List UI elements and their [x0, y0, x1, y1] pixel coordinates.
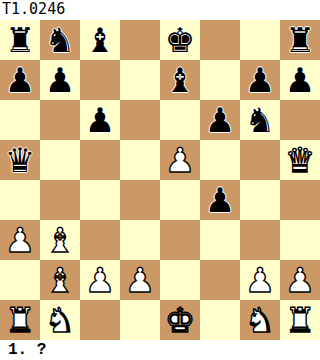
square-b4[interactable]	[40, 180, 80, 220]
square-d7[interactable]	[120, 60, 160, 100]
square-f4[interactable]: ♟	[200, 180, 240, 220]
square-a8[interactable]: ♜	[0, 20, 40, 60]
piece-black-rook: ♜	[285, 20, 315, 60]
square-g2[interactable]: ♟	[240, 260, 280, 300]
piece-white-pawn: ♟	[245, 260, 275, 300]
square-a4[interactable]	[0, 180, 40, 220]
square-a3[interactable]: ♟	[0, 220, 40, 260]
piece-white-pawn: ♟	[5, 220, 35, 260]
square-a6[interactable]	[0, 100, 40, 140]
square-g4[interactable]	[240, 180, 280, 220]
piece-white-knight: ♞	[45, 300, 75, 340]
square-g1[interactable]: ♞	[240, 300, 280, 340]
piece-white-pawn: ♟	[125, 260, 155, 300]
square-e5[interactable]: ♟	[160, 140, 200, 180]
piece-black-pawn: ♟	[205, 100, 235, 140]
piece-black-pawn: ♟	[85, 100, 115, 140]
square-d8[interactable]	[120, 20, 160, 60]
square-b6[interactable]	[40, 100, 80, 140]
square-d4[interactable]	[120, 180, 160, 220]
piece-white-knight: ♞	[245, 300, 275, 340]
piece-black-king: ♚	[165, 20, 195, 60]
piece-black-pawn: ♟	[5, 60, 35, 100]
square-e2[interactable]	[160, 260, 200, 300]
square-d3[interactable]	[120, 220, 160, 260]
piece-black-queen: ♛	[5, 140, 35, 180]
puzzle-window: T1.0246 ♜♞♝♚♜♟♟♝♟♟♟♟♞♛♟♛♟♟♝♝♟♟♟♟♜♞♚♞♜ 1.…	[0, 0, 320, 360]
square-f2[interactable]	[200, 260, 240, 300]
puzzle-title: T1.0246	[0, 0, 320, 20]
square-h8[interactable]: ♜	[280, 20, 320, 60]
piece-black-pawn: ♟	[205, 180, 235, 220]
square-b3[interactable]: ♝	[40, 220, 80, 260]
square-h6[interactable]	[280, 100, 320, 140]
square-d1[interactable]	[120, 300, 160, 340]
square-c7[interactable]	[80, 60, 120, 100]
square-a7[interactable]: ♟	[0, 60, 40, 100]
square-b1[interactable]: ♞	[40, 300, 80, 340]
piece-black-pawn: ♟	[45, 60, 75, 100]
square-c3[interactable]	[80, 220, 120, 260]
square-e3[interactable]	[160, 220, 200, 260]
square-d2[interactable]: ♟	[120, 260, 160, 300]
square-e7[interactable]: ♝	[160, 60, 200, 100]
piece-white-pawn: ♟	[85, 260, 115, 300]
square-h7[interactable]: ♟	[280, 60, 320, 100]
square-a1[interactable]: ♜	[0, 300, 40, 340]
square-e1[interactable]: ♚	[160, 300, 200, 340]
square-e4[interactable]	[160, 180, 200, 220]
square-d6[interactable]	[120, 100, 160, 140]
square-g5[interactable]	[240, 140, 280, 180]
square-g7[interactable]: ♟	[240, 60, 280, 100]
chess-board: ♜♞♝♚♜♟♟♝♟♟♟♟♞♛♟♛♟♟♝♝♟♟♟♟♜♞♚♞♜	[0, 20, 320, 340]
square-f6[interactable]: ♟	[200, 100, 240, 140]
piece-white-rook: ♜	[5, 300, 35, 340]
square-h2[interactable]: ♟	[280, 260, 320, 300]
square-e8[interactable]: ♚	[160, 20, 200, 60]
square-h4[interactable]	[280, 180, 320, 220]
piece-white-bishop: ♝	[45, 220, 75, 260]
square-f1[interactable]	[200, 300, 240, 340]
square-a5[interactable]: ♛	[0, 140, 40, 180]
square-f3[interactable]	[200, 220, 240, 260]
square-h1[interactable]: ♜	[280, 300, 320, 340]
piece-white-bishop: ♝	[45, 260, 75, 300]
piece-black-pawn: ♟	[285, 60, 315, 100]
square-f8[interactable]	[200, 20, 240, 60]
square-b5[interactable]	[40, 140, 80, 180]
square-c2[interactable]: ♟	[80, 260, 120, 300]
square-f7[interactable]	[200, 60, 240, 100]
piece-white-king: ♚	[165, 300, 195, 340]
piece-white-pawn: ♟	[285, 260, 315, 300]
piece-black-knight: ♞	[245, 100, 275, 140]
square-c5[interactable]	[80, 140, 120, 180]
move-prompt: 1. ?	[0, 340, 320, 360]
square-h3[interactable]	[280, 220, 320, 260]
square-h5[interactable]: ♛	[280, 140, 320, 180]
piece-black-bishop: ♝	[85, 20, 115, 60]
square-e6[interactable]	[160, 100, 200, 140]
square-c8[interactable]: ♝	[80, 20, 120, 60]
piece-white-pawn: ♟	[165, 140, 195, 180]
piece-black-rook: ♜	[5, 20, 35, 60]
square-c4[interactable]	[80, 180, 120, 220]
square-c1[interactable]	[80, 300, 120, 340]
square-g3[interactable]	[240, 220, 280, 260]
square-g8[interactable]	[240, 20, 280, 60]
piece-black-bishop: ♝	[165, 60, 195, 100]
square-b2[interactable]: ♝	[40, 260, 80, 300]
piece-white-rook: ♜	[285, 300, 315, 340]
square-b8[interactable]: ♞	[40, 20, 80, 60]
square-b7[interactable]: ♟	[40, 60, 80, 100]
square-f5[interactable]	[200, 140, 240, 180]
piece-white-queen: ♛	[285, 140, 315, 180]
square-g6[interactable]: ♞	[240, 100, 280, 140]
square-c6[interactable]: ♟	[80, 100, 120, 140]
piece-black-knight: ♞	[45, 20, 75, 60]
square-a2[interactable]	[0, 260, 40, 300]
square-d5[interactable]	[120, 140, 160, 180]
piece-black-pawn: ♟	[245, 60, 275, 100]
